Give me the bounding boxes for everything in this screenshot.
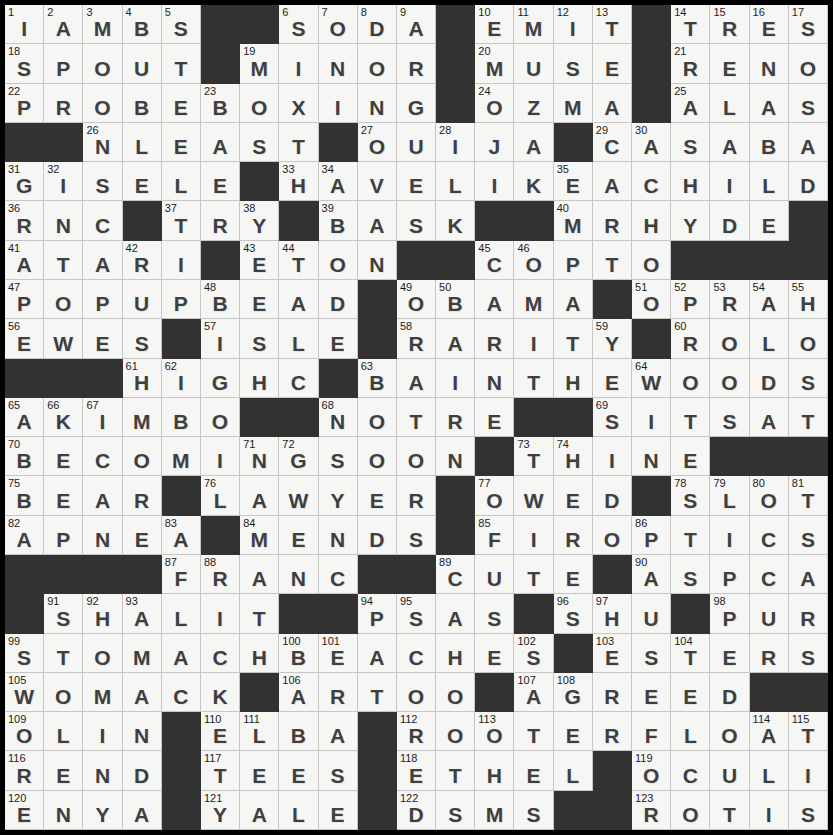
cell-r19c20[interactable]: 114A: [750, 712, 789, 751]
cell-r17c7[interactable]: H: [240, 634, 279, 673]
cell-r8c4[interactable]: U: [123, 280, 162, 319]
cell-r19c11[interactable]: 112R: [397, 712, 436, 751]
cell-r5c5[interactable]: L: [162, 162, 201, 201]
cell-r6c9[interactable]: 39B: [319, 201, 358, 240]
cell-r19c15[interactable]: E: [554, 712, 593, 751]
cell-r9c13[interactable]: R: [475, 319, 514, 358]
cell-r20c9[interactable]: S: [319, 751, 358, 790]
cell-r2c15[interactable]: S: [554, 44, 593, 83]
cell-r21c19[interactable]: T: [710, 791, 749, 830]
cell-r2c9[interactable]: N: [319, 44, 358, 83]
cell-r10c13[interactable]: N: [475, 359, 514, 398]
cell-r11c12[interactable]: R: [436, 398, 475, 437]
cell-r14c5[interactable]: 83A: [162, 516, 201, 555]
cell-r8c18[interactable]: 52P: [671, 280, 710, 319]
cell-r19c19[interactable]: O: [710, 712, 749, 751]
cell-r17c11[interactable]: C: [397, 634, 436, 673]
cell-r18c6[interactable]: K: [201, 673, 240, 712]
cell-r5c18[interactable]: H: [671, 162, 710, 201]
cell-r1c21[interactable]: 17S: [789, 5, 828, 44]
cell-r7c5[interactable]: I: [162, 241, 201, 280]
cell-r11c1[interactable]: 65A: [5, 398, 44, 437]
cell-r9c3[interactable]: E: [83, 319, 122, 358]
cell-r9c11[interactable]: 58R: [397, 319, 436, 358]
cell-r19c17[interactable]: F: [632, 712, 671, 751]
cell-r11c2[interactable]: 66K: [44, 398, 83, 437]
cell-r3c9[interactable]: I: [319, 84, 358, 123]
cell-r3c10[interactable]: N: [358, 84, 397, 123]
cell-r5c13[interactable]: I: [475, 162, 514, 201]
cell-r17c1[interactable]: 99S: [5, 634, 44, 673]
cell-r11c11[interactable]: T: [397, 398, 436, 437]
cell-r3c15[interactable]: M: [554, 84, 593, 123]
cell-r19c16[interactable]: R: [593, 712, 632, 751]
cell-r4c4[interactable]: L: [123, 123, 162, 162]
cell-r2c21[interactable]: O: [789, 44, 828, 83]
cell-r9c9[interactable]: E: [319, 319, 358, 358]
cell-r17c8[interactable]: 100B: [279, 634, 318, 673]
cell-r19c2[interactable]: L: [44, 712, 83, 751]
cell-r15c12[interactable]: 89C: [436, 555, 475, 594]
cell-r8c12[interactable]: 50B: [436, 280, 475, 319]
cell-r14c13[interactable]: 85F: [475, 516, 514, 555]
cell-r15c9[interactable]: C: [319, 555, 358, 594]
cell-r13c13[interactable]: 77O: [475, 476, 514, 515]
cell-r4c5[interactable]: E: [162, 123, 201, 162]
cell-r8c6[interactable]: 48B: [201, 280, 240, 319]
cell-r19c8[interactable]: B: [279, 712, 318, 751]
cell-r8c9[interactable]: D: [319, 280, 358, 319]
cell-r11c19[interactable]: S: [710, 398, 749, 437]
cell-r17c10[interactable]: A: [358, 634, 397, 673]
cell-r12c7[interactable]: 71N: [240, 437, 279, 476]
cell-r5c2[interactable]: 32I: [44, 162, 83, 201]
cell-r13c1[interactable]: 75B: [5, 476, 44, 515]
cell-r18c8[interactable]: 106A: [279, 673, 318, 712]
cell-r17c16[interactable]: 103E: [593, 634, 632, 673]
cell-r20c17[interactable]: 119O: [632, 751, 671, 790]
cell-r10c18[interactable]: O: [671, 359, 710, 398]
cell-r3c11[interactable]: G: [397, 84, 436, 123]
cell-r18c19[interactable]: D: [710, 673, 749, 712]
cell-r21c20[interactable]: I: [750, 791, 789, 830]
cell-r10c5[interactable]: 62I: [162, 359, 201, 398]
cell-r11c4[interactable]: M: [123, 398, 162, 437]
cell-r18c1[interactable]: 105W: [5, 673, 44, 712]
cell-r7c13[interactable]: 45C: [475, 241, 514, 280]
cell-r8c20[interactable]: 54A: [750, 280, 789, 319]
cell-r17c20[interactable]: R: [750, 634, 789, 673]
cell-r21c4[interactable]: A: [123, 791, 162, 830]
cell-r8c1[interactable]: 47P: [5, 280, 44, 319]
cell-r13c14[interactable]: W: [514, 476, 553, 515]
cell-r7c3[interactable]: A: [83, 241, 122, 280]
cell-r11c5[interactable]: B: [162, 398, 201, 437]
cell-r9c14[interactable]: I: [514, 319, 553, 358]
cell-r18c18[interactable]: E: [671, 673, 710, 712]
cell-r19c13[interactable]: 113O: [475, 712, 514, 751]
cell-r21c2[interactable]: N: [44, 791, 83, 830]
cell-r11c9[interactable]: 68N: [319, 398, 358, 437]
cell-r13c15[interactable]: E: [554, 476, 593, 515]
cell-r10c10[interactable]: 63B: [358, 359, 397, 398]
cell-r17c9[interactable]: 101E: [319, 634, 358, 673]
cell-r14c15[interactable]: R: [554, 516, 593, 555]
cell-r12c10[interactable]: O: [358, 437, 397, 476]
cell-r17c3[interactable]: O: [83, 634, 122, 673]
cell-r20c20[interactable]: L: [750, 751, 789, 790]
cell-r16c10[interactable]: 94P: [358, 594, 397, 633]
cell-r11c17[interactable]: I: [632, 398, 671, 437]
cell-r2c8[interactable]: I: [279, 44, 318, 83]
cell-r2c19[interactable]: E: [710, 44, 749, 83]
cell-r14c17[interactable]: 86P: [632, 516, 671, 555]
cell-r11c13[interactable]: E: [475, 398, 514, 437]
cell-r4c16[interactable]: 29C: [593, 123, 632, 162]
cell-r9c18[interactable]: 60R: [671, 319, 710, 358]
cell-r6c16[interactable]: R: [593, 201, 632, 240]
cell-r11c6[interactable]: O: [201, 398, 240, 437]
cell-r2c18[interactable]: 21R: [671, 44, 710, 83]
cell-r6c19[interactable]: D: [710, 201, 749, 240]
cell-r4c17[interactable]: 30A: [632, 123, 671, 162]
cell-r12c6[interactable]: I: [201, 437, 240, 476]
cell-r8c5[interactable]: P: [162, 280, 201, 319]
cell-r6c1[interactable]: 36R: [5, 201, 44, 240]
cell-r6c17[interactable]: H: [632, 201, 671, 240]
cell-r12c8[interactable]: 72G: [279, 437, 318, 476]
cell-r10c11[interactable]: A: [397, 359, 436, 398]
cell-r2c3[interactable]: O: [83, 44, 122, 83]
cell-r9c15[interactable]: T: [554, 319, 593, 358]
cell-r19c1[interactable]: 109O: [5, 712, 44, 751]
cell-r10c19[interactable]: O: [710, 359, 749, 398]
cell-r14c11[interactable]: S: [397, 516, 436, 555]
cell-r18c3[interactable]: M: [83, 673, 122, 712]
cell-r16c5[interactable]: L: [162, 594, 201, 633]
cell-r11c20[interactable]: A: [750, 398, 789, 437]
cell-r20c1[interactable]: 116R: [5, 751, 44, 790]
cell-r10c6[interactable]: G: [201, 359, 240, 398]
cell-r12c3[interactable]: C: [83, 437, 122, 476]
cell-r13c21[interactable]: 81T: [789, 476, 828, 515]
cell-r4c19[interactable]: A: [710, 123, 749, 162]
cell-r15c19[interactable]: P: [710, 555, 749, 594]
cell-r2c20[interactable]: N: [750, 44, 789, 83]
cell-r6c12[interactable]: K: [436, 201, 475, 240]
cell-r20c2[interactable]: E: [44, 751, 83, 790]
cell-r16c17[interactable]: U: [632, 594, 671, 633]
cell-r18c9[interactable]: R: [319, 673, 358, 712]
cell-r9c20[interactable]: L: [750, 319, 789, 358]
cell-r9c2[interactable]: W: [44, 319, 83, 358]
cell-r7c17[interactable]: O: [632, 241, 671, 280]
cell-r7c10[interactable]: N: [358, 241, 397, 280]
cell-r21c9[interactable]: E: [319, 791, 358, 830]
cell-r19c12[interactable]: O: [436, 712, 475, 751]
cell-r12c9[interactable]: S: [319, 437, 358, 476]
cell-r21c12[interactable]: S: [436, 791, 475, 830]
cell-r5c17[interactable]: C: [632, 162, 671, 201]
cell-r16c4[interactable]: 93A: [123, 594, 162, 633]
cell-r11c10[interactable]: O: [358, 398, 397, 437]
cell-r8c8[interactable]: A: [279, 280, 318, 319]
cell-r9c1[interactable]: 56E: [5, 319, 44, 358]
cell-r17c14[interactable]: 102S: [514, 634, 553, 673]
cell-r5c10[interactable]: V: [358, 162, 397, 201]
cell-r4c14[interactable]: A: [514, 123, 553, 162]
cell-r3c19[interactable]: L: [710, 84, 749, 123]
cell-r10c17[interactable]: 64W: [632, 359, 671, 398]
cell-r20c18[interactable]: C: [671, 751, 710, 790]
cell-r18c12[interactable]: O: [436, 673, 475, 712]
cell-r10c12[interactable]: I: [436, 359, 475, 398]
cell-r2c1[interactable]: 18S: [5, 44, 44, 83]
cell-r12c17[interactable]: N: [632, 437, 671, 476]
cell-r5c19[interactable]: I: [710, 162, 749, 201]
cell-r15c8[interactable]: N: [279, 555, 318, 594]
cell-r4c7[interactable]: S: [240, 123, 279, 162]
cell-r5c20[interactable]: L: [750, 162, 789, 201]
cell-r9c16[interactable]: 59Y: [593, 319, 632, 358]
cell-r13c6[interactable]: 76L: [201, 476, 240, 515]
cell-r17c2[interactable]: T: [44, 634, 83, 673]
cell-r19c9[interactable]: A: [319, 712, 358, 751]
cell-r12c5[interactable]: M: [162, 437, 201, 476]
cell-r15c15[interactable]: E: [554, 555, 593, 594]
cell-r15c14[interactable]: T: [514, 555, 553, 594]
cell-r1c3[interactable]: 3M: [83, 5, 122, 44]
cell-r15c20[interactable]: C: [750, 555, 789, 594]
cell-r3c20[interactable]: A: [750, 84, 789, 123]
cell-r7c7[interactable]: 43E: [240, 241, 279, 280]
cell-r14c8[interactable]: E: [279, 516, 318, 555]
cell-r13c16[interactable]: D: [593, 476, 632, 515]
cell-r20c7[interactable]: E: [240, 751, 279, 790]
cell-r6c7[interactable]: 38Y: [240, 201, 279, 240]
cell-r2c10[interactable]: O: [358, 44, 397, 83]
cell-r4c13[interactable]: J: [475, 123, 514, 162]
cell-r21c21[interactable]: S: [789, 791, 828, 830]
cell-r3c21[interactable]: S: [789, 84, 828, 123]
cell-r19c18[interactable]: L: [671, 712, 710, 751]
cell-r21c8[interactable]: L: [279, 791, 318, 830]
cell-r17c4[interactable]: M: [123, 634, 162, 673]
cell-r9c7[interactable]: S: [240, 319, 279, 358]
cell-r16c16[interactable]: 97H: [593, 594, 632, 633]
cell-r18c4[interactable]: A: [123, 673, 162, 712]
cell-r19c7[interactable]: 111L: [240, 712, 279, 751]
cell-r15c21[interactable]: A: [789, 555, 828, 594]
cell-r3c4[interactable]: B: [123, 84, 162, 123]
cell-r14c9[interactable]: N: [319, 516, 358, 555]
cell-r17c21[interactable]: S: [789, 634, 828, 673]
cell-r18c14[interactable]: 107A: [514, 673, 553, 712]
cell-r14c19[interactable]: I: [710, 516, 749, 555]
cell-r12c11[interactable]: O: [397, 437, 436, 476]
cell-r14c7[interactable]: 84M: [240, 516, 279, 555]
cell-r5c9[interactable]: 34A: [319, 162, 358, 201]
cell-r6c3[interactable]: C: [83, 201, 122, 240]
cell-r20c11[interactable]: 118E: [397, 751, 436, 790]
cell-r14c3[interactable]: N: [83, 516, 122, 555]
cell-r1c16[interactable]: 13T: [593, 5, 632, 44]
cell-r1c10[interactable]: 8D: [358, 5, 397, 44]
cell-r6c10[interactable]: A: [358, 201, 397, 240]
cell-r17c13[interactable]: E: [475, 634, 514, 673]
cell-r2c13[interactable]: 20M: [475, 44, 514, 83]
cell-r4c10[interactable]: 27O: [358, 123, 397, 162]
cell-r15c18[interactable]: S: [671, 555, 710, 594]
cell-r13c4[interactable]: R: [123, 476, 162, 515]
cell-r20c6[interactable]: 117T: [201, 751, 240, 790]
cell-r12c16[interactable]: I: [593, 437, 632, 476]
cell-r21c1[interactable]: 120E: [5, 791, 44, 830]
cell-r13c18[interactable]: 78S: [671, 476, 710, 515]
cell-r1c14[interactable]: 11M: [514, 5, 553, 44]
cell-r20c12[interactable]: T: [436, 751, 475, 790]
cell-r16c3[interactable]: 92H: [83, 594, 122, 633]
cell-r3c13[interactable]: 24O: [475, 84, 514, 123]
cell-r1c15[interactable]: 12I: [554, 5, 593, 44]
cell-r3c6[interactable]: 23B: [201, 84, 240, 123]
cell-r21c13[interactable]: M: [475, 791, 514, 830]
cell-r1c2[interactable]: 2A: [44, 5, 83, 44]
cell-r8c15[interactable]: A: [554, 280, 593, 319]
cell-r8c21[interactable]: 55H: [789, 280, 828, 319]
cell-r8c11[interactable]: 49O: [397, 280, 436, 319]
cell-r10c20[interactable]: D: [750, 359, 789, 398]
cell-r13c10[interactable]: E: [358, 476, 397, 515]
cell-r2c16[interactable]: E: [593, 44, 632, 83]
cell-r18c5[interactable]: C: [162, 673, 201, 712]
cell-r12c2[interactable]: E: [44, 437, 83, 476]
cell-r10c21[interactable]: S: [789, 359, 828, 398]
cell-r21c17[interactable]: 123R: [632, 791, 671, 830]
cell-r5c21[interactable]: D: [789, 162, 828, 201]
cell-r16c11[interactable]: 95S: [397, 594, 436, 633]
cell-r9c6[interactable]: 57I: [201, 319, 240, 358]
cell-r8c2[interactable]: O: [44, 280, 83, 319]
cell-r11c18[interactable]: T: [671, 398, 710, 437]
cell-r4c21[interactable]: A: [789, 123, 828, 162]
cell-r6c2[interactable]: N: [44, 201, 83, 240]
cell-r10c14[interactable]: T: [514, 359, 553, 398]
cell-r8c17[interactable]: 51O: [632, 280, 671, 319]
cell-r13c19[interactable]: 79L: [710, 476, 749, 515]
cell-r9c8[interactable]: L: [279, 319, 318, 358]
cell-r9c19[interactable]: O: [710, 319, 749, 358]
cell-r4c11[interactable]: U: [397, 123, 436, 162]
cell-r19c14[interactable]: T: [514, 712, 553, 751]
cell-r20c21[interactable]: I: [789, 751, 828, 790]
cell-r4c8[interactable]: T: [279, 123, 318, 162]
cell-r13c9[interactable]: Y: [319, 476, 358, 515]
cell-r11c3[interactable]: 67I: [83, 398, 122, 437]
cell-r14c14[interactable]: I: [514, 516, 553, 555]
cell-r17c18[interactable]: 104T: [671, 634, 710, 673]
cell-r16c20[interactable]: U: [750, 594, 789, 633]
cell-r9c4[interactable]: S: [123, 319, 162, 358]
cell-r5c16[interactable]: A: [593, 162, 632, 201]
cell-r2c14[interactable]: U: [514, 44, 553, 83]
cell-r4c12[interactable]: 28I: [436, 123, 475, 162]
cell-r6c6[interactable]: R: [201, 201, 240, 240]
cell-r16c21[interactable]: R: [789, 594, 828, 633]
cell-r1c4[interactable]: 4B: [123, 5, 162, 44]
cell-r5c3[interactable]: S: [83, 162, 122, 201]
cell-r2c2[interactable]: P: [44, 44, 83, 83]
cell-r21c14[interactable]: S: [514, 791, 553, 830]
cell-r17c5[interactable]: A: [162, 634, 201, 673]
cell-r6c20[interactable]: E: [750, 201, 789, 240]
cell-r4c3[interactable]: 26N: [83, 123, 122, 162]
cell-r16c7[interactable]: T: [240, 594, 279, 633]
cell-r12c4[interactable]: O: [123, 437, 162, 476]
cell-r11c16[interactable]: 69S: [593, 398, 632, 437]
cell-r1c11[interactable]: 9A: [397, 5, 436, 44]
cell-r4c18[interactable]: S: [671, 123, 710, 162]
cell-r3c8[interactable]: X: [279, 84, 318, 123]
cell-r7c9[interactable]: O: [319, 241, 358, 280]
cell-r5c6[interactable]: E: [201, 162, 240, 201]
cell-r7c15[interactable]: P: [554, 241, 593, 280]
cell-r8c14[interactable]: M: [514, 280, 553, 319]
cell-r18c15[interactable]: 108G: [554, 673, 593, 712]
cell-r16c6[interactable]: I: [201, 594, 240, 633]
cell-r10c7[interactable]: H: [240, 359, 279, 398]
cell-r6c5[interactable]: 37T: [162, 201, 201, 240]
cell-r16c13[interactable]: S: [475, 594, 514, 633]
cell-r5c15[interactable]: 35E: [554, 162, 593, 201]
cell-r3c18[interactable]: 25A: [671, 84, 710, 123]
cell-r3c5[interactable]: E: [162, 84, 201, 123]
cell-r21c11[interactable]: 122D: [397, 791, 436, 830]
cell-r14c2[interactable]: P: [44, 516, 83, 555]
cell-r18c16[interactable]: R: [593, 673, 632, 712]
cell-r2c4[interactable]: U: [123, 44, 162, 83]
cell-r3c2[interactable]: R: [44, 84, 83, 123]
cell-r6c18[interactable]: Y: [671, 201, 710, 240]
cell-r16c12[interactable]: A: [436, 594, 475, 633]
cell-r8c19[interactable]: 53R: [710, 280, 749, 319]
cell-r15c13[interactable]: U: [475, 555, 514, 594]
cell-r18c11[interactable]: O: [397, 673, 436, 712]
cell-r1c1[interactable]: 1I: [5, 5, 44, 44]
cell-r8c3[interactable]: P: [83, 280, 122, 319]
cell-r15c6[interactable]: 88R: [201, 555, 240, 594]
cell-r5c8[interactable]: 33H: [279, 162, 318, 201]
cell-r17c12[interactable]: H: [436, 634, 475, 673]
cell-r4c20[interactable]: B: [750, 123, 789, 162]
cell-r18c10[interactable]: T: [358, 673, 397, 712]
cell-r12c14[interactable]: 73T: [514, 437, 553, 476]
cell-r11c21[interactable]: T: [789, 398, 828, 437]
cell-r12c18[interactable]: E: [671, 437, 710, 476]
cell-r10c4[interactable]: 61H: [123, 359, 162, 398]
cell-r19c3[interactable]: I: [83, 712, 122, 751]
cell-r13c20[interactable]: 80O: [750, 476, 789, 515]
cell-r10c8[interactable]: C: [279, 359, 318, 398]
cell-r20c13[interactable]: H: [475, 751, 514, 790]
cell-r1c19[interactable]: 15R: [710, 5, 749, 44]
cell-r13c11[interactable]: R: [397, 476, 436, 515]
cell-r3c14[interactable]: Z: [514, 84, 553, 123]
cell-r1c18[interactable]: 14T: [671, 5, 710, 44]
cell-r16c19[interactable]: 98P: [710, 594, 749, 633]
cell-r20c15[interactable]: L: [554, 751, 593, 790]
cell-r3c16[interactable]: A: [593, 84, 632, 123]
